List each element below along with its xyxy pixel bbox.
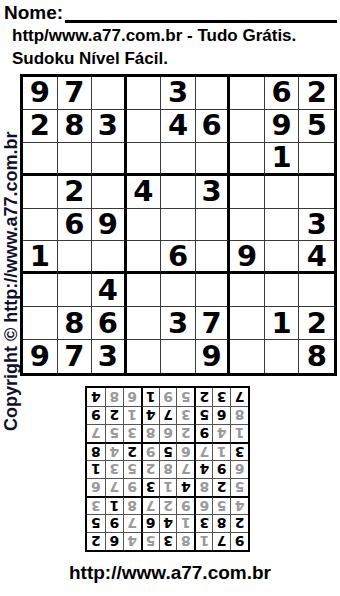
- solution-cell-r4c8: 7: [105, 478, 123, 496]
- solution-cell-r3c6: 7: [141, 496, 159, 514]
- puzzle-cell-r2c3: 3: [92, 110, 127, 143]
- solution-cell-r9c1: 7: [230, 388, 248, 406]
- solution-cell-r3c9: 3: [87, 496, 105, 514]
- puzzle-cell-r4c2: 2: [58, 176, 93, 209]
- puzzle-cell-r9c1: 9: [23, 340, 58, 373]
- puzzle-cell-r7c8: [265, 274, 300, 307]
- puzzle-cell-r3c4: [127, 143, 162, 176]
- solution-cell-r3c8: 1: [105, 496, 123, 514]
- puzzle-cell-r7c9: [299, 274, 334, 307]
- solution-cell-r2c8: 9: [105, 514, 123, 532]
- solution-cell-r5c4: 7: [176, 460, 194, 478]
- puzzle-cell-r8c8: 1: [265, 307, 300, 340]
- puzzle-cell-r4c7: [230, 176, 265, 209]
- puzzle-cell-r1c7: [230, 77, 265, 110]
- solution-cell-r3c3: 6: [194, 496, 212, 514]
- puzzle-cell-r2c5: 4: [161, 110, 196, 143]
- solution-cell-r5c2: 9: [212, 460, 230, 478]
- puzzle-cell-r5c4: [127, 209, 162, 242]
- solution-cell-r4c1: 5: [230, 478, 248, 496]
- solution-cell-r7c6: 8: [141, 424, 159, 442]
- solution-cell-r8c6: 4: [141, 406, 159, 424]
- puzzle-cell-r3c7: [230, 143, 265, 176]
- puzzle-cell-r1c4: [127, 77, 162, 110]
- name-row: Nome:: [4, 2, 337, 23]
- solution-cell-r3c2: 5: [212, 496, 230, 514]
- puzzle-cell-r1c5: 3: [161, 77, 196, 110]
- sudoku-solution-grid-upside-down: 9718354622831467954569278135284139766947…: [85, 386, 250, 552]
- puzzle-cell-r6c4: [127, 241, 162, 274]
- puzzle-cell-r8c1: [23, 307, 58, 340]
- puzzle-cell-r8c3: 6: [92, 307, 127, 340]
- puzzle-cell-r4c8: [265, 176, 300, 209]
- puzzle-cell-r5c2: 6: [58, 209, 93, 242]
- sudoku-puzzle-grid: 97362283469512436931694486371297398: [20, 74, 337, 376]
- puzzle-cell-r2c4: [127, 110, 162, 143]
- solution-cell-r9c7: 6: [123, 388, 141, 406]
- solution-cell-r2c3: 3: [194, 514, 212, 532]
- solution-cell-r5c1: 6: [230, 460, 248, 478]
- solution-cell-r9c8: 8: [105, 388, 123, 406]
- puzzle-cell-r3c5: [161, 143, 196, 176]
- puzzle-cell-r2c6: 6: [196, 110, 231, 143]
- puzzle-cell-r3c8: 1: [265, 143, 300, 176]
- solution-cell-r7c8: 5: [105, 424, 123, 442]
- puzzle-cell-r5c1: [23, 209, 58, 242]
- solution-cell-r6c8: 4: [105, 442, 123, 460]
- puzzle-cell-r3c6: [196, 143, 231, 176]
- solution-cell-r2c7: 7: [123, 514, 141, 532]
- puzzle-cell-r6c6: [196, 241, 231, 274]
- solution-cell-r2c1: 2: [230, 514, 248, 532]
- puzzle-cell-r8c9: 2: [299, 307, 334, 340]
- solution-cell-r9c5: 9: [159, 388, 177, 406]
- puzzle-cell-r5c6: [196, 209, 231, 242]
- puzzle-cell-r3c3: [92, 143, 127, 176]
- puzzle-cell-r1c8: 6: [265, 77, 300, 110]
- site-url-heading: http/www.a77.com.br - Tudo Grátis.: [12, 26, 296, 46]
- solution-cell-r7c3: 9: [194, 424, 212, 442]
- solution-cell-r8c1: 8: [230, 406, 248, 424]
- solution-cell-r3c4: 9: [176, 496, 194, 514]
- solution-cell-r6c4: 6: [176, 442, 194, 460]
- solution-cell-r5c9: 1: [87, 460, 105, 478]
- solution-cell-r4c7: 9: [123, 478, 141, 496]
- puzzle-cell-r9c2: 7: [58, 340, 93, 373]
- puzzle-cell-r9c8: [265, 340, 300, 373]
- puzzle-cell-r1c9: 2: [299, 77, 334, 110]
- puzzle-cell-r8c6: 7: [196, 307, 231, 340]
- solution-cell-r4c3: 8: [194, 478, 212, 496]
- puzzle-cell-r7c7: [230, 274, 265, 307]
- solution-cell-r7c5: 6: [159, 424, 177, 442]
- puzzle-cell-r4c6: 3: [196, 176, 231, 209]
- copyright-vertical-text: Copyright © http://www.a77.com.br: [1, 131, 22, 431]
- solution-cell-r6c3: 7: [194, 442, 212, 460]
- puzzle-cell-r6c8: [265, 241, 300, 274]
- solution-cell-r4c9: 6: [87, 478, 105, 496]
- puzzle-cell-r1c6: [196, 77, 231, 110]
- puzzle-cell-r8c7: [230, 307, 265, 340]
- puzzle-cell-r7c2: [58, 274, 93, 307]
- puzzle-cell-r6c5: 6: [161, 241, 196, 274]
- puzzle-cell-r6c3: [92, 241, 127, 274]
- solution-cell-r8c2: 6: [212, 406, 230, 424]
- solution-cell-r3c5: 2: [159, 496, 177, 514]
- solution-cell-r5c7: 5: [123, 460, 141, 478]
- puzzle-cell-r7c1: [23, 274, 58, 307]
- solution-cell-r4c4: 4: [176, 478, 194, 496]
- puzzle-cell-r5c9: 3: [299, 209, 334, 242]
- solution-cell-r2c9: 5: [87, 514, 105, 532]
- puzzle-cell-r2c7: [230, 110, 265, 143]
- puzzle-cell-r9c3: 3: [92, 340, 127, 373]
- puzzle-cell-r1c2: 7: [58, 77, 93, 110]
- solution-cell-r7c9: 7: [87, 424, 105, 442]
- puzzle-cell-r8c5: 3: [161, 307, 196, 340]
- solution-cell-r9c6: 1: [141, 388, 159, 406]
- solution-cell-r1c5: 3: [159, 532, 177, 550]
- solution-cell-r9c4: 5: [176, 388, 194, 406]
- solution-cell-r5c8: 3: [105, 460, 123, 478]
- solution-cell-r8c9: 9: [87, 406, 105, 424]
- puzzle-cell-r6c1: 1: [23, 241, 58, 274]
- puzzle-cell-r8c2: 8: [58, 307, 93, 340]
- puzzle-cell-r9c9: 8: [299, 340, 334, 373]
- solution-cell-r7c1: 1: [230, 424, 248, 442]
- solution-cell-r3c1: 4: [230, 496, 248, 514]
- puzzle-cell-r4c9: [299, 176, 334, 209]
- solution-cell-r1c8: 6: [105, 532, 123, 550]
- solution-cell-r2c6: 6: [141, 514, 159, 532]
- puzzle-cell-r5c8: [265, 209, 300, 242]
- solution-cell-r8c3: 5: [194, 406, 212, 424]
- solution-cell-r6c1: 3: [230, 442, 248, 460]
- puzzle-cell-r9c5: [161, 340, 196, 373]
- puzzle-cell-r5c7: [230, 209, 265, 242]
- puzzle-cell-r4c3: [92, 176, 127, 209]
- solution-cell-r8c8: 2: [105, 406, 123, 424]
- solution-cell-r5c6: 2: [141, 460, 159, 478]
- puzzle-cell-r2c9: 5: [299, 110, 334, 143]
- difficulty-heading: Sudoku Nível Fácil.: [12, 49, 168, 69]
- puzzle-cell-r3c2: [58, 143, 93, 176]
- solution-cell-r8c4: 3: [176, 406, 194, 424]
- sudoku-printable-page: Nome: http/www.a77.com.br - Tudo Grátis.…: [0, 0, 340, 596]
- solution-cell-r2c2: 8: [212, 514, 230, 532]
- solution-cell-r4c5: 1: [159, 478, 177, 496]
- solution-cell-r1c1: 9: [230, 532, 248, 550]
- puzzle-cell-r3c1: [23, 143, 58, 176]
- puzzle-cell-r6c7: 9: [230, 241, 265, 274]
- puzzle-cell-r5c3: 9: [92, 209, 127, 242]
- solution-cell-r1c9: 2: [87, 532, 105, 550]
- solution-cell-r7c4: 2: [176, 424, 194, 442]
- solution-cell-r4c2: 2: [212, 478, 230, 496]
- solution-cell-r6c6: 9: [141, 442, 159, 460]
- puzzle-cell-r6c2: [58, 241, 93, 274]
- puzzle-cell-r2c2: 8: [58, 110, 93, 143]
- solution-cell-r5c5: 8: [159, 460, 177, 478]
- solution-cell-r6c5: 5: [159, 442, 177, 460]
- puzzle-cell-r7c5: [161, 274, 196, 307]
- solution-cell-r9c3: 2: [194, 388, 212, 406]
- solution-cell-r6c9: 8: [87, 442, 105, 460]
- solution-cell-r7c2: 4: [212, 424, 230, 442]
- puzzle-cell-r9c6: 9: [196, 340, 231, 373]
- solution-cell-r1c4: 8: [176, 532, 194, 550]
- puzzle-cell-r6c9: 4: [299, 241, 334, 274]
- solution-cell-r3c7: 8: [123, 496, 141, 514]
- solution-cell-r7c7: 3: [123, 424, 141, 442]
- puzzle-cell-r2c8: 9: [265, 110, 300, 143]
- puzzle-cell-r5c5: [161, 209, 196, 242]
- puzzle-cell-r4c5: [161, 176, 196, 209]
- puzzle-cell-r4c1: [23, 176, 58, 209]
- solution-cell-r2c4: 1: [176, 514, 194, 532]
- puzzle-cell-r3c9: [299, 143, 334, 176]
- footer-url: http://www.a77.com.br: [0, 562, 340, 584]
- solution-cell-r2c5: 4: [159, 514, 177, 532]
- solution-cell-r8c5: 7: [159, 406, 177, 424]
- puzzle-cell-r7c4: [127, 274, 162, 307]
- solution-cell-r9c2: 3: [212, 388, 230, 406]
- name-blank-line: [65, 2, 337, 23]
- solution-cell-r1c7: 4: [123, 532, 141, 550]
- solution-cell-r1c3: 1: [194, 532, 212, 550]
- puzzle-cell-r7c3: 4: [92, 274, 127, 307]
- puzzle-cell-r2c1: 2: [23, 110, 58, 143]
- solution-cell-r9c9: 4: [87, 388, 105, 406]
- puzzle-cell-r9c7: [230, 340, 265, 373]
- solution-cell-r1c6: 5: [141, 532, 159, 550]
- solution-cell-r8c7: 1: [123, 406, 141, 424]
- name-label: Nome:: [4, 2, 65, 23]
- solution-cell-r4c6: 3: [141, 478, 159, 496]
- solution-cell-r1c2: 7: [212, 532, 230, 550]
- puzzle-cell-r1c3: [92, 77, 127, 110]
- puzzle-cell-r7c6: [196, 274, 231, 307]
- solution-cell-r6c2: 1: [212, 442, 230, 460]
- solution-cell-r6c7: 2: [123, 442, 141, 460]
- solution-cell-r5c3: 4: [194, 460, 212, 478]
- puzzle-cell-r4c4: 4: [127, 176, 162, 209]
- puzzle-cell-r8c4: [127, 307, 162, 340]
- puzzle-cell-r9c4: [127, 340, 162, 373]
- puzzle-cell-r1c1: 9: [23, 77, 58, 110]
